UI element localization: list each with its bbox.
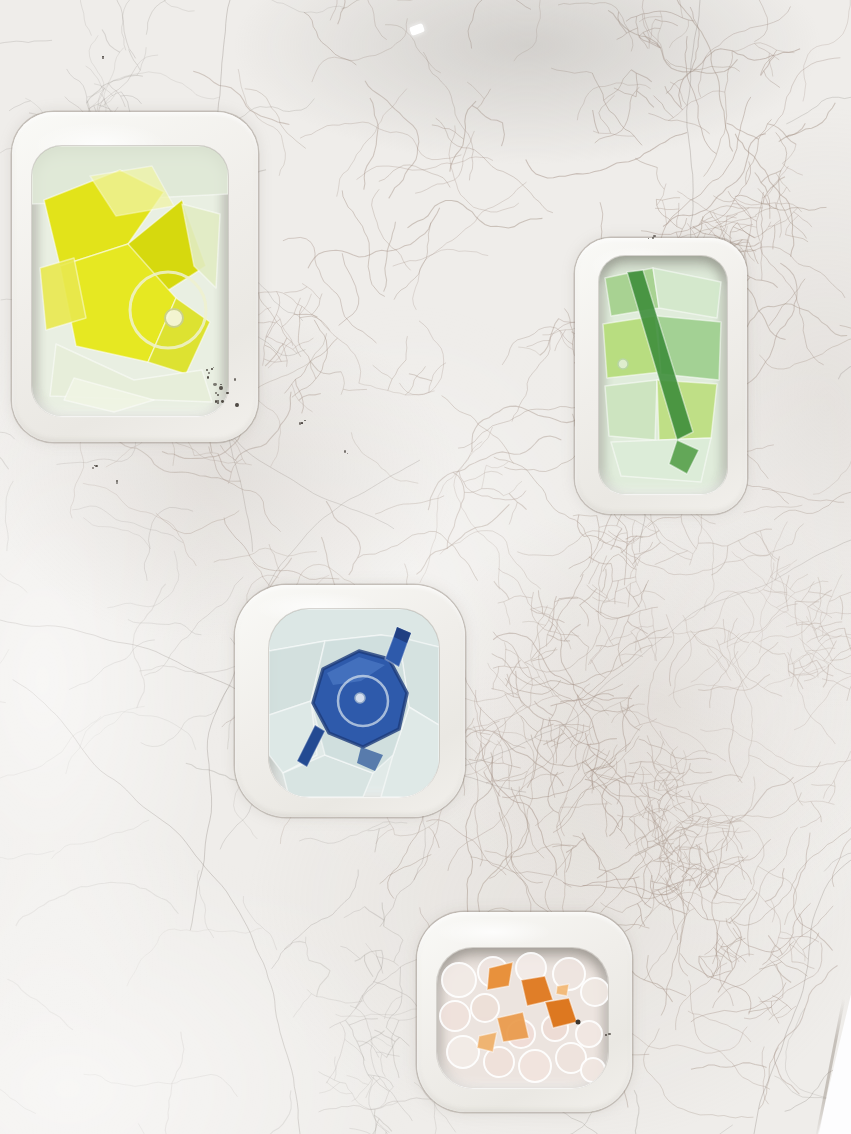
green-glass-window [575,238,747,514]
yellow-glass-recess [32,146,228,416]
ceramic-photo [0,0,851,1134]
yellow-glass-window [12,112,258,442]
blue-glass-window [235,585,465,817]
blue-glass-recess [269,609,439,797]
orange-glass-window [417,912,632,1112]
orange-glass-recess [437,948,608,1088]
green-glass-recess [599,256,727,494]
